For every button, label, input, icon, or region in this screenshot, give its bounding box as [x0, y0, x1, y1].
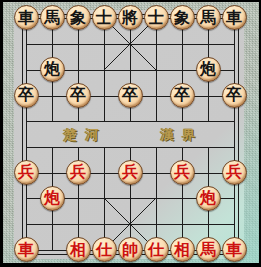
intersection-h2[interactable]: 炮: [195, 185, 221, 211]
piece-black-soldier[interactable]: 卒: [14, 83, 39, 108]
intersection-d9[interactable]: 士: [91, 5, 117, 31]
piece-black-general[interactable]: 將: [118, 5, 143, 30]
piece-black-elephant[interactable]: 象: [170, 5, 195, 30]
intersection-c9[interactable]: 象: [65, 5, 91, 31]
intersection-e6[interactable]: 卒: [117, 82, 143, 108]
intersection-d0[interactable]: 仕: [91, 237, 117, 263]
intersection-a6[interactable]: 卒: [13, 82, 39, 108]
piece-black-elephant[interactable]: 象: [66, 5, 91, 30]
intersection-g3[interactable]: 兵: [169, 160, 195, 186]
piece-red-elephant[interactable]: 相: [66, 237, 91, 262]
intersection-a3[interactable]: 兵: [13, 160, 39, 186]
intersection-i6[interactable]: 卒: [221, 82, 247, 108]
intersection-h0[interactable]: 馬: [195, 237, 221, 263]
piece-black-horse[interactable]: 馬: [196, 5, 221, 30]
intersection-g0[interactable]: 相: [169, 237, 195, 263]
intersection-h7[interactable]: 炮: [195, 57, 221, 83]
piece-red-soldier[interactable]: 兵: [14, 160, 39, 185]
piece-red-advisor[interactable]: 仕: [92, 237, 117, 262]
piece-red-horse[interactable]: 馬: [196, 237, 221, 262]
piece-black-chariot[interactable]: 車: [14, 5, 39, 30]
piece-red-general[interactable]: 帥: [118, 237, 143, 262]
piece-red-soldier[interactable]: 兵: [222, 160, 247, 185]
piece-black-soldier[interactable]: 卒: [118, 83, 143, 108]
intersection-i3[interactable]: 兵: [221, 160, 247, 186]
piece-red-cannon[interactable]: 炮: [196, 186, 221, 211]
intersection-g6[interactable]: 卒: [169, 82, 195, 108]
intersection-h9[interactable]: 馬: [195, 5, 221, 31]
intersection-b2[interactable]: 炮: [39, 185, 65, 211]
piece-red-cannon[interactable]: 炮: [40, 186, 65, 211]
intersection-g9[interactable]: 象: [169, 5, 195, 31]
piece-black-soldier[interactable]: 卒: [170, 83, 195, 108]
piece-grid[interactable]: 車馬象士將士象馬車炮炮卒卒卒卒卒兵兵兵兵兵炮炮車相仕帥仕相馬車: [13, 5, 247, 263]
intersection-e0[interactable]: 帥: [117, 237, 143, 263]
intersection-c3[interactable]: 兵: [65, 160, 91, 186]
piece-black-soldier[interactable]: 卒: [222, 83, 247, 108]
intersection-c6[interactable]: 卒: [65, 82, 91, 108]
piece-red-elephant[interactable]: 相: [170, 237, 195, 262]
intersection-a9[interactable]: 車: [13, 5, 39, 31]
piece-red-advisor[interactable]: 仕: [144, 237, 169, 262]
intersection-a0[interactable]: 車: [13, 237, 39, 263]
intersection-i9[interactable]: 車: [221, 5, 247, 31]
piece-black-chariot[interactable]: 車: [222, 5, 247, 30]
piece-red-soldier[interactable]: 兵: [118, 160, 143, 185]
piece-black-soldier[interactable]: 卒: [66, 83, 91, 108]
intersection-b7[interactable]: 炮: [39, 57, 65, 83]
intersection-e3[interactable]: 兵: [117, 160, 143, 186]
intersection-f0[interactable]: 仕: [143, 237, 169, 263]
screenshot-frame: 楚河 漢界 車馬象士將士象馬車炮炮卒卒卒卒卒兵兵兵兵兵炮炮車相仕帥仕相馬車: [0, 0, 261, 267]
intersection-c0[interactable]: 相: [65, 237, 91, 263]
intersection-i0[interactable]: 車: [221, 237, 247, 263]
intersection-f9[interactable]: 士: [143, 5, 169, 31]
intersection-b9[interactable]: 馬: [39, 5, 65, 31]
desktop-background: 楚河 漢界 車馬象士將士象馬車炮炮卒卒卒卒卒兵兵兵兵兵炮炮車相仕帥仕相馬車: [3, 2, 259, 263]
piece-black-cannon[interactable]: 炮: [196, 57, 221, 82]
intersection-e9[interactable]: 將: [117, 5, 143, 31]
piece-black-advisor[interactable]: 士: [144, 5, 169, 30]
piece-red-soldier[interactable]: 兵: [170, 160, 195, 185]
piece-black-advisor[interactable]: 士: [92, 5, 117, 30]
piece-red-soldier[interactable]: 兵: [66, 160, 91, 185]
piece-red-chariot[interactable]: 車: [222, 237, 247, 262]
piece-black-horse[interactable]: 馬: [40, 5, 65, 30]
piece-red-chariot[interactable]: 車: [14, 237, 39, 262]
piece-black-cannon[interactable]: 炮: [40, 57, 65, 82]
